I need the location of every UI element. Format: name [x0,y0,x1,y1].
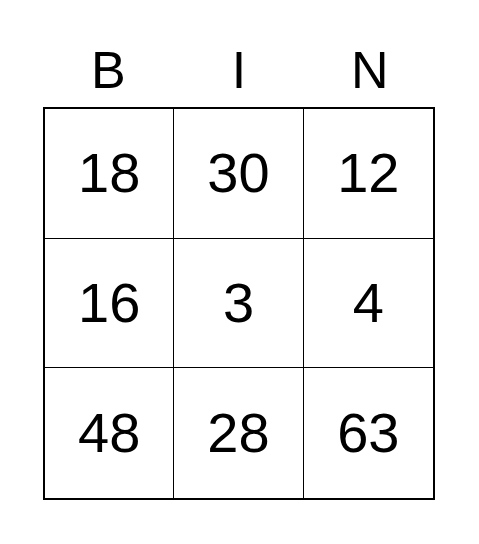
bingo-cell-r2c0[interactable]: 48 [45,368,174,498]
column-header-i: I [174,33,305,107]
column-header-n: N [304,33,435,107]
bingo-grid: 18 30 12 16 3 4 48 28 63 [43,107,435,500]
column-header-b: B [43,33,174,107]
bingo-cell-r0c1[interactable]: 30 [174,109,303,239]
header-row: B I N [43,33,435,107]
bingo-card: B I N 18 30 12 16 3 4 48 28 63 [0,0,479,544]
bingo-cell-r1c0[interactable]: 16 [45,239,174,369]
bingo-cell-r2c2[interactable]: 63 [304,368,433,498]
bingo-cell-r1c2[interactable]: 4 [304,239,433,369]
bingo-cell-r2c1[interactable]: 28 [174,368,303,498]
bingo-cell-r0c2[interactable]: 12 [304,109,433,239]
bingo-cell-r1c1[interactable]: 3 [174,239,303,369]
bingo-cell-r0c0[interactable]: 18 [45,109,174,239]
